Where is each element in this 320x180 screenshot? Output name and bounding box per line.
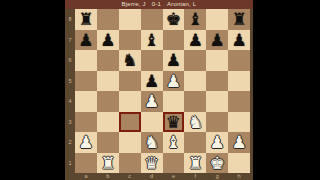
square-g8[interactable] (206, 9, 228, 30)
chess-board[interactable]: ♜♚♝♜♟♟♝♟♟♟♞♟♟♟♟♛♞♟♞♝♟♟♜♛♜♚ (75, 9, 250, 173)
file-label-f: f (184, 173, 206, 180)
square-e7[interactable] (163, 30, 185, 51)
square-c5[interactable] (119, 71, 141, 92)
square-g1[interactable]: ♚ (206, 153, 228, 174)
file-label-g: g (206, 173, 228, 180)
square-a8[interactable]: ♜ (75, 9, 97, 30)
square-a7[interactable]: ♟ (75, 30, 97, 51)
black-rook[interactable]: ♜ (228, 9, 250, 30)
square-e3[interactable]: ♛ (163, 112, 185, 133)
square-a4[interactable] (75, 91, 97, 112)
square-e6[interactable]: ♟ (163, 50, 185, 71)
square-h3[interactable] (228, 112, 250, 133)
square-a5[interactable] (75, 71, 97, 92)
chess-board-frame: Bjerre, J0-1Aronian, L 87654321 ♜♚♝♜♟♟♝♟… (65, 0, 253, 180)
square-b2[interactable] (97, 132, 119, 153)
game-result: 0-1 (152, 0, 161, 9)
file-label-h: h (228, 173, 250, 180)
black-bishop[interactable]: ♝ (184, 9, 206, 30)
rank-label-2: 2 (65, 132, 75, 153)
white-pawn[interactable]: ♟ (206, 132, 228, 153)
black-pawn[interactable]: ♟ (228, 30, 250, 51)
square-f8[interactable]: ♝ (184, 9, 206, 30)
square-f2[interactable] (184, 132, 206, 153)
white-knight[interactable]: ♞ (184, 112, 206, 133)
square-g5[interactable] (206, 71, 228, 92)
white-pawn[interactable]: ♟ (163, 71, 185, 92)
square-d7[interactable]: ♝ (141, 30, 163, 51)
square-c8[interactable] (119, 9, 141, 30)
square-g2[interactable]: ♟ (206, 132, 228, 153)
square-b7[interactable]: ♟ (97, 30, 119, 51)
white-rook[interactable]: ♜ (97, 153, 119, 174)
black-bishop[interactable]: ♝ (141, 30, 163, 51)
black-pawn[interactable]: ♟ (75, 30, 97, 51)
square-f7[interactable]: ♟ (184, 30, 206, 51)
square-c6[interactable]: ♞ (119, 50, 141, 71)
square-e4[interactable] (163, 91, 185, 112)
black-pawn[interactable]: ♟ (206, 30, 228, 51)
file-label-c: c (119, 173, 141, 180)
black-king[interactable]: ♚ (163, 9, 185, 30)
square-f6[interactable] (184, 50, 206, 71)
square-b5[interactable] (97, 71, 119, 92)
rank-label-7: 7 (65, 30, 75, 51)
square-c1[interactable] (119, 153, 141, 174)
square-d5[interactable]: ♟ (141, 71, 163, 92)
square-b6[interactable] (97, 50, 119, 71)
square-a3[interactable] (75, 112, 97, 133)
rank-label-8: 8 (65, 9, 75, 30)
white-bishop[interactable]: ♝ (163, 132, 185, 153)
square-h4[interactable] (228, 91, 250, 112)
black-queen[interactable]: ♛ (163, 112, 185, 133)
white-pawn[interactable]: ♟ (75, 132, 97, 153)
square-g6[interactable] (206, 50, 228, 71)
square-h8[interactable]: ♜ (228, 9, 250, 30)
square-f1[interactable]: ♜ (184, 153, 206, 174)
square-g3[interactable] (206, 112, 228, 133)
file-label-d: d (141, 173, 163, 180)
square-h2[interactable]: ♟ (228, 132, 250, 153)
square-d1[interactable]: ♛ (141, 153, 163, 174)
square-e8[interactable]: ♚ (163, 9, 185, 30)
white-king[interactable]: ♚ (206, 153, 228, 174)
square-c2[interactable] (119, 132, 141, 153)
black-pawn[interactable]: ♟ (97, 30, 119, 51)
square-d4[interactable]: ♟ (141, 91, 163, 112)
rank-label-6: 6 (65, 50, 75, 71)
file-label-a: a (75, 173, 97, 180)
game-title-bar: Bjerre, J0-1Aronian, L (65, 0, 253, 9)
square-f4[interactable] (184, 91, 206, 112)
square-e5[interactable]: ♟ (163, 71, 185, 92)
file-label-e: e (163, 173, 185, 180)
white-player-name: Bjerre, J (122, 0, 146, 9)
rank-label-1: 1 (65, 153, 75, 174)
square-b1[interactable]: ♜ (97, 153, 119, 174)
square-a1[interactable] (75, 153, 97, 174)
black-knight[interactable]: ♞ (119, 50, 141, 71)
square-g4[interactable] (206, 91, 228, 112)
black-pawn[interactable]: ♟ (141, 71, 163, 92)
square-h1[interactable] (228, 153, 250, 174)
white-pawn[interactable]: ♟ (141, 91, 163, 112)
square-c3[interactable] (119, 112, 141, 133)
white-queen[interactable]: ♛ (141, 153, 163, 174)
square-h6[interactable] (228, 50, 250, 71)
rank-label-5: 5 (65, 71, 75, 92)
video-frame: Bjerre, J0-1Aronian, L 87654321 ♜♚♝♜♟♟♝♟… (0, 0, 320, 180)
square-a6[interactable] (75, 50, 97, 71)
white-pawn[interactable]: ♟ (228, 132, 250, 153)
white-rook[interactable]: ♜ (184, 153, 206, 174)
black-player-name: Aronian, L (167, 0, 196, 9)
square-d2[interactable]: ♞ (141, 132, 163, 153)
square-h5[interactable] (228, 71, 250, 92)
square-f3[interactable]: ♞ (184, 112, 206, 133)
black-rook[interactable]: ♜ (75, 9, 97, 30)
square-d3[interactable] (141, 112, 163, 133)
white-knight[interactable]: ♞ (141, 132, 163, 153)
black-pawn[interactable]: ♟ (184, 30, 206, 51)
square-h7[interactable]: ♟ (228, 30, 250, 51)
square-d6[interactable] (141, 50, 163, 71)
square-e2[interactable]: ♝ (163, 132, 185, 153)
square-g7[interactable]: ♟ (206, 30, 228, 51)
file-label-b: b (97, 173, 119, 180)
file-labels: abcdefgh (75, 173, 250, 180)
square-e1[interactable] (163, 153, 185, 174)
square-d8[interactable] (141, 9, 163, 30)
square-c4[interactable] (119, 91, 141, 112)
black-pawn[interactable]: ♟ (163, 50, 185, 71)
square-b3[interactable] (97, 112, 119, 133)
square-f5[interactable] (184, 71, 206, 92)
square-b4[interactable] (97, 91, 119, 112)
square-c7[interactable] (119, 30, 141, 51)
rank-labels: 87654321 (65, 9, 75, 173)
square-b8[interactable] (97, 9, 119, 30)
square-a2[interactable]: ♟ (75, 132, 97, 153)
rank-label-3: 3 (65, 112, 75, 133)
rank-label-4: 4 (65, 91, 75, 112)
